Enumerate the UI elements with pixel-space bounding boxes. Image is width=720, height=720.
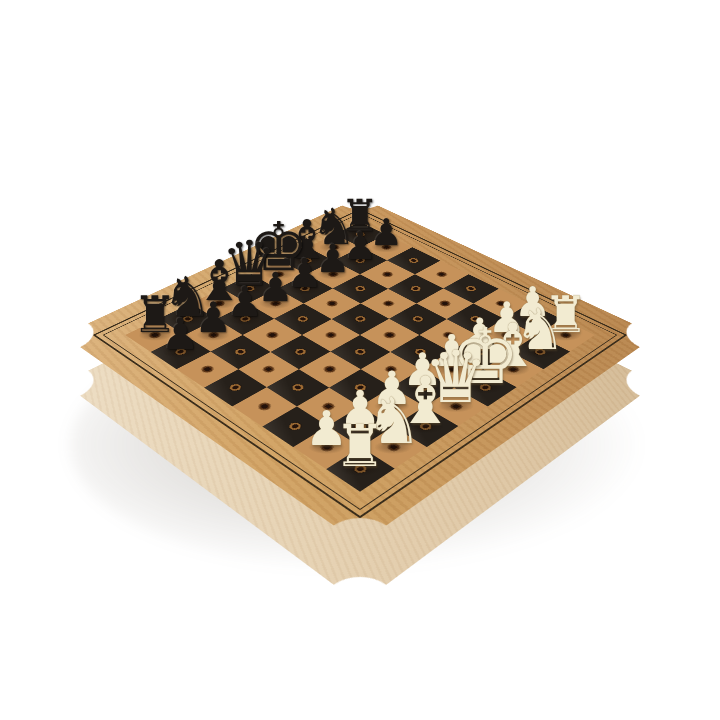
chess-set-photo: ♜♞♟♝♟♚♟♛♟♝♟♞♟♟♜♟♟♜♟♟♞♟♝♟♚♟♛♟♝♟♞♜	[0, 0, 720, 720]
piece-contact-shadow	[317, 269, 348, 280]
square-f6[interactable]	[332, 274, 387, 303]
piece-contact-shadow	[516, 313, 549, 325]
piece-contact-shadow	[138, 329, 172, 341]
piece-contact-shadow	[371, 242, 401, 253]
piece-black-king-e8[interactable]: ♚	[249, 214, 309, 281]
square-c8[interactable]	[191, 289, 247, 319]
piece-contact-shadow	[548, 329, 582, 341]
piece-contact-shadow	[263, 269, 294, 280]
square-h5[interactable]	[414, 261, 468, 289]
square-e7[interactable]	[277, 274, 332, 303]
piece-contact-shadow	[203, 298, 236, 310]
piece-contact-shadow	[345, 229, 375, 240]
square-h8[interactable]	[334, 222, 385, 247]
piece-black-pawn-e7[interactable]: ♟	[287, 253, 323, 293]
piece-black-queen-d8[interactable]: ♛	[222, 233, 278, 295]
square-d7[interactable]	[247, 289, 303, 319]
square-g4[interactable]	[416, 289, 472, 319]
square-h4[interactable]	[443, 274, 498, 303]
square-f5[interactable]	[360, 289, 416, 319]
piece-contact-shadow	[259, 298, 292, 310]
piece-white-rook-h1[interactable]: ♜	[543, 290, 588, 340]
board-drop-shadow	[70, 320, 640, 570]
square-e6[interactable]	[304, 289, 360, 319]
square-g7[interactable]	[333, 247, 386, 274]
piece-contact-shadow	[291, 255, 322, 266]
piece-white-pawn-h2[interactable]: ♟	[514, 282, 551, 323]
square-f8[interactable]	[280, 247, 333, 274]
piece-contact-shadow	[345, 255, 376, 266]
square-b8[interactable]	[159, 303, 217, 335]
square-g8[interactable]	[308, 234, 360, 260]
square-h2[interactable]	[504, 303, 562, 335]
square-h7[interactable]	[360, 234, 412, 260]
piece-black-pawn-g7[interactable]: ♟	[343, 226, 377, 264]
square-d8[interactable]	[222, 274, 277, 303]
piece-black-pawn-f7[interactable]: ♟	[315, 239, 350, 278]
piece-black-knight-b8[interactable]: ♞	[163, 269, 212, 324]
piece-contact-shadow	[289, 283, 321, 294]
piece-white-pawn-g2[interactable]: ♟	[488, 297, 526, 339]
piece-black-pawn-h7[interactable]: ♟	[370, 214, 403, 251]
square-e8[interactable]	[251, 261, 305, 289]
piece-black-pawn-d7[interactable]: ♟	[257, 267, 293, 307]
piece-black-bishop-c8[interactable]: ♝	[194, 253, 244, 309]
square-g5[interactable]	[388, 274, 443, 303]
piece-black-rook-h8[interactable]: ♜	[340, 195, 379, 239]
square-f7[interactable]	[306, 261, 360, 289]
piece-contact-shadow	[171, 313, 204, 325]
piece-contact-shadow	[233, 283, 265, 294]
square-h3[interactable]	[473, 289, 529, 319]
piece-black-rook-a8[interactable]: ♜	[132, 290, 177, 340]
piece-black-pawn-c7[interactable]: ♟	[227, 282, 264, 323]
piece-black-knight-g8[interactable]: ♞	[311, 202, 356, 252]
square-g6[interactable]	[360, 261, 414, 289]
square-h1[interactable]	[536, 319, 595, 352]
piece-contact-shadow	[319, 242, 349, 253]
piece-black-bishop-f8[interactable]: ♝	[283, 213, 331, 266]
square-h6[interactable]	[387, 247, 440, 274]
piece-contact-shadow	[228, 313, 261, 325]
